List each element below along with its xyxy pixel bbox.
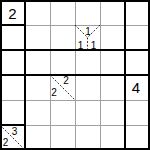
cell-r1c3[interactable] [75,25,100,50]
cell-r1c1[interactable] [25,25,50,50]
cell-r4c1[interactable] [25,100,50,125]
cell-r5c5[interactable] [125,125,150,150]
cell-r0c4[interactable] [100,0,125,25]
cell-r2c0[interactable] [0,50,25,75]
cell-r3c4[interactable] [100,75,125,100]
cell-r5c4[interactable] [100,125,125,150]
cell-r1c0[interactable] [0,25,25,50]
cell-r5c1[interactable] [25,125,50,150]
cell-r2c3[interactable] [75,50,100,75]
cell-r1c4[interactable] [100,25,125,50]
cell-r3c1[interactable] [25,75,50,100]
cell-r5c2[interactable] [50,125,75,150]
cell-r3c2[interactable] [50,75,75,100]
cell-r4c4[interactable] [100,100,125,125]
cell-r1c2[interactable] [50,25,75,50]
cell-r3c3[interactable] [75,75,100,100]
puzzle-board: 2 1 1 1 2 2 4 3 2 [0,0,150,150]
cells-overlay [0,0,150,150]
cell-r0c2[interactable] [50,0,75,25]
cell-r4c2[interactable] [50,100,75,125]
cell-r4c5[interactable] [125,100,150,125]
cell-r0c1[interactable] [25,0,50,25]
cell-r3c5[interactable] [125,75,150,100]
cell-r3c0[interactable] [0,75,25,100]
cell-r1c5[interactable] [125,25,150,50]
cell-r4c0[interactable] [0,100,25,125]
cell-r0c5[interactable] [125,0,150,25]
cell-r4c3[interactable] [75,100,100,125]
cell-r5c0[interactable] [0,125,25,150]
cell-r0c0[interactable] [0,0,25,25]
cell-r2c1[interactable] [25,50,50,75]
cell-r2c5[interactable] [125,50,150,75]
cell-r2c2[interactable] [50,50,75,75]
cell-r5c3[interactable] [75,125,100,150]
cell-r2c4[interactable] [100,50,125,75]
cell-r0c3[interactable] [75,0,100,25]
